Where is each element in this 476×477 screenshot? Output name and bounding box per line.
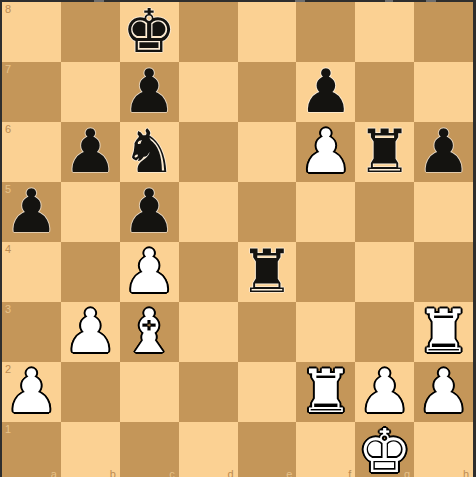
square-b5[interactable] [61,182,120,242]
square-a6[interactable]: 6 [2,122,61,182]
square-g2[interactable]: ♟ [355,362,414,422]
white-king-g1[interactable]: ♚ [358,421,412,477]
file-label-e: e [286,469,292,477]
file-label-b: b [110,469,116,477]
black-pawn-a5[interactable]: ♟ [5,181,59,241]
square-b3[interactable]: ♟ [61,302,120,362]
square-d2[interactable] [179,362,238,422]
square-h4[interactable] [414,242,473,302]
square-g7[interactable] [355,62,414,122]
square-a4[interactable]: 4 [2,242,61,302]
square-g3[interactable] [355,302,414,362]
square-c7[interactable]: ♟ [120,62,179,122]
square-a1[interactable]: 1a [2,422,61,477]
square-h8[interactable] [414,2,473,62]
white-pawn-b3[interactable]: ♟ [63,301,117,361]
square-f3[interactable] [296,302,355,362]
square-c5[interactable]: ♟ [120,182,179,242]
file-label-h: h [463,469,469,477]
square-b2[interactable] [61,362,120,422]
white-rook-f2[interactable]: ♜ [299,361,353,421]
rank-label-8: 8 [5,4,11,15]
square-d4[interactable] [179,242,238,302]
square-c8[interactable]: ♚ [120,2,179,62]
square-e8[interactable] [238,2,297,62]
square-h2[interactable]: ♟ [414,362,473,422]
black-king-c8[interactable]: ♚ [122,1,176,61]
square-e4[interactable]: ♜ [238,242,297,302]
white-pawn-a2[interactable]: ♟ [5,361,59,421]
chess-app-screen: 8♚7♟♟6♟♞♟♜♟5♟♟4♟♜3♟♝♜2♟♜♟♟1abcdefg♚h [0,0,476,477]
square-b4[interactable] [61,242,120,302]
file-label-c: c [169,469,175,477]
square-g5[interactable] [355,182,414,242]
square-e3[interactable] [238,302,297,362]
square-a8[interactable]: 8 [2,2,61,62]
black-pawn-c5[interactable]: ♟ [122,181,176,241]
square-h3[interactable]: ♜ [414,302,473,362]
white-rook-h3[interactable]: ♜ [417,301,471,361]
rank-label-4: 4 [5,244,11,255]
file-label-f: f [348,469,351,477]
square-c3[interactable]: ♝ [120,302,179,362]
chess-board: 8♚7♟♟6♟♞♟♜♟5♟♟4♟♜3♟♝♜2♟♜♟♟1abcdefg♚h [2,2,473,474]
square-d8[interactable] [179,2,238,62]
square-d3[interactable] [179,302,238,362]
black-knight-c6[interactable]: ♞ [122,121,176,181]
square-h5[interactable] [414,182,473,242]
square-f4[interactable] [296,242,355,302]
square-c4[interactable]: ♟ [120,242,179,302]
square-c1[interactable]: c [120,422,179,477]
square-h7[interactable] [414,62,473,122]
square-f6[interactable]: ♟ [296,122,355,182]
square-g1[interactable]: g♚ [355,422,414,477]
black-pawn-h6[interactable]: ♟ [417,121,471,181]
square-f5[interactable] [296,182,355,242]
square-b1[interactable]: b [61,422,120,477]
square-c2[interactable] [120,362,179,422]
white-pawn-g2[interactable]: ♟ [358,361,412,421]
square-f7[interactable]: ♟ [296,62,355,122]
black-pawn-f7[interactable]: ♟ [299,61,353,121]
file-label-a: a [51,469,57,477]
square-b8[interactable] [61,2,120,62]
square-e6[interactable] [238,122,297,182]
square-d7[interactable] [179,62,238,122]
square-f1[interactable]: f [296,422,355,477]
black-rook-e4[interactable]: ♜ [240,241,294,301]
square-d6[interactable] [179,122,238,182]
rank-label-6: 6 [5,124,11,135]
square-g8[interactable] [355,2,414,62]
square-f8[interactable] [296,2,355,62]
square-e5[interactable] [238,182,297,242]
square-h6[interactable]: ♟ [414,122,473,182]
square-a5[interactable]: 5♟ [2,182,61,242]
square-d1[interactable]: d [179,422,238,477]
white-bishop-c3[interactable]: ♝ [122,301,176,361]
rank-label-3: 3 [5,304,11,315]
black-rook-g6[interactable]: ♜ [358,121,412,181]
white-pawn-f6[interactable]: ♟ [299,121,353,181]
rank-label-7: 7 [5,64,11,75]
square-g4[interactable] [355,242,414,302]
square-e1[interactable]: e [238,422,297,477]
square-a3[interactable]: 3 [2,302,61,362]
black-pawn-b6[interactable]: ♟ [63,121,117,181]
square-f2[interactable]: ♜ [296,362,355,422]
square-d5[interactable] [179,182,238,242]
file-label-d: d [227,469,233,477]
square-g6[interactable]: ♜ [355,122,414,182]
square-h1[interactable]: h [414,422,473,477]
square-e2[interactable] [238,362,297,422]
square-c6[interactable]: ♞ [120,122,179,182]
rank-label-1: 1 [5,424,11,435]
square-a2[interactable]: 2♟ [2,362,61,422]
square-e7[interactable] [238,62,297,122]
square-b7[interactable] [61,62,120,122]
white-pawn-h2[interactable]: ♟ [417,361,471,421]
black-pawn-c7[interactable]: ♟ [122,61,176,121]
white-pawn-c4[interactable]: ♟ [122,241,176,301]
square-a7[interactable]: 7 [2,62,61,122]
square-b6[interactable]: ♟ [61,122,120,182]
